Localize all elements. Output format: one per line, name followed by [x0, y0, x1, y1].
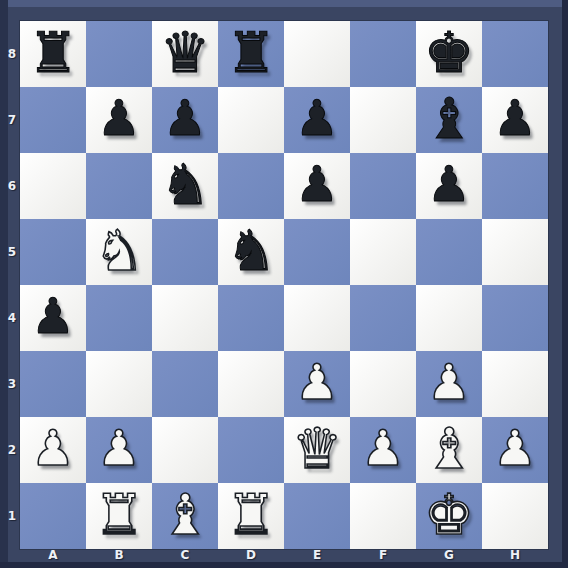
chess-board-frame: 87654321 ♜♛♜♚♟♟♟♝♟♞♟♟♞♞♟♟♟♟♟♛♟♝♟♜♝♜♚ ABC…	[0, 0, 568, 568]
square-e6[interactable]: ♟	[284, 153, 350, 219]
piece-white-queen[interactable]: ♛	[284, 417, 350, 483]
square-h3[interactable]	[482, 351, 548, 417]
square-g1[interactable]: ♚	[416, 483, 482, 549]
piece-black-pawn[interactable]: ♟	[284, 153, 350, 219]
square-b3[interactable]	[86, 351, 152, 417]
file-label-c: C	[152, 548, 218, 564]
square-e8[interactable]	[284, 21, 350, 87]
square-b8[interactable]	[86, 21, 152, 87]
piece-white-rook[interactable]: ♜	[86, 483, 152, 549]
square-a6[interactable]	[20, 153, 86, 219]
piece-black-queen[interactable]: ♛	[152, 21, 218, 87]
rank-label-3: 3	[4, 351, 20, 417]
piece-white-pawn[interactable]: ♟	[482, 417, 548, 483]
file-label-e: E	[284, 548, 350, 564]
square-g3[interactable]: ♟	[416, 351, 482, 417]
square-d5[interactable]: ♞	[218, 219, 284, 285]
square-h5[interactable]	[482, 219, 548, 285]
square-f5[interactable]	[350, 219, 416, 285]
square-a7[interactable]	[20, 87, 86, 153]
square-h6[interactable]	[482, 153, 548, 219]
file-labels: ABCDEFGH	[20, 548, 548, 564]
piece-white-pawn[interactable]: ♟	[20, 417, 86, 483]
file-label-f: F	[350, 548, 416, 564]
square-h8[interactable]	[482, 21, 548, 87]
square-c2[interactable]	[152, 417, 218, 483]
frame-top-bevel	[0, 0, 568, 7]
square-e4[interactable]	[284, 285, 350, 351]
square-e5[interactable]	[284, 219, 350, 285]
rank-label-6: 6	[4, 153, 20, 219]
square-f6[interactable]	[350, 153, 416, 219]
rank-label-2: 2	[4, 417, 20, 483]
piece-black-pawn[interactable]: ♟	[482, 87, 548, 153]
file-label-g: G	[416, 548, 482, 564]
file-label-a: A	[20, 548, 86, 564]
rank-label-1: 1	[4, 483, 20, 549]
piece-white-pawn[interactable]: ♟	[284, 351, 350, 417]
square-a4[interactable]: ♟	[20, 285, 86, 351]
piece-black-king[interactable]: ♚	[416, 21, 482, 87]
chess-board: ♜♛♜♚♟♟♟♝♟♞♟♟♞♞♟♟♟♟♟♛♟♝♟♜♝♜♚	[20, 21, 548, 549]
square-f1[interactable]	[350, 483, 416, 549]
square-b6[interactable]	[86, 153, 152, 219]
square-b7[interactable]: ♟	[86, 87, 152, 153]
file-label-b: B	[86, 548, 152, 564]
square-a5[interactable]	[20, 219, 86, 285]
square-a8[interactable]: ♜	[20, 21, 86, 87]
piece-white-pawn[interactable]: ♟	[416, 351, 482, 417]
piece-black-knight[interactable]: ♞	[152, 153, 218, 219]
piece-black-pawn[interactable]: ♟	[152, 87, 218, 153]
piece-white-king[interactable]: ♚	[416, 483, 482, 549]
square-g7[interactable]: ♝	[416, 87, 482, 153]
file-label-d: D	[218, 548, 284, 564]
piece-white-bishop[interactable]: ♝	[416, 417, 482, 483]
square-d3[interactable]	[218, 351, 284, 417]
square-a1[interactable]	[20, 483, 86, 549]
piece-black-bishop[interactable]: ♝	[416, 87, 482, 153]
piece-black-pawn[interactable]: ♟	[86, 87, 152, 153]
square-c6[interactable]: ♞	[152, 153, 218, 219]
square-c7[interactable]: ♟	[152, 87, 218, 153]
rank-label-7: 7	[4, 87, 20, 153]
piece-white-knight[interactable]: ♞	[86, 219, 152, 285]
square-e2[interactable]: ♛	[284, 417, 350, 483]
square-g6[interactable]: ♟	[416, 153, 482, 219]
rank-label-4: 4	[4, 285, 20, 351]
square-c1[interactable]: ♝	[152, 483, 218, 549]
square-f7[interactable]	[350, 87, 416, 153]
square-h2[interactable]: ♟	[482, 417, 548, 483]
square-c4[interactable]	[152, 285, 218, 351]
piece-white-pawn[interactable]: ♟	[86, 417, 152, 483]
square-b1[interactable]: ♜	[86, 483, 152, 549]
square-g2[interactable]: ♝	[416, 417, 482, 483]
piece-white-bishop[interactable]: ♝	[152, 483, 218, 549]
square-b4[interactable]	[86, 285, 152, 351]
square-a3[interactable]	[20, 351, 86, 417]
square-g8[interactable]: ♚	[416, 21, 482, 87]
piece-black-knight[interactable]: ♞	[218, 219, 284, 285]
piece-white-rook[interactable]: ♜	[218, 483, 284, 549]
rank-label-5: 5	[4, 219, 20, 285]
square-a2[interactable]: ♟	[20, 417, 86, 483]
square-b2[interactable]: ♟	[86, 417, 152, 483]
square-d1[interactable]: ♜	[218, 483, 284, 549]
square-e7[interactable]: ♟	[284, 87, 350, 153]
square-c3[interactable]	[152, 351, 218, 417]
square-g4[interactable]	[416, 285, 482, 351]
square-c5[interactable]	[152, 219, 218, 285]
piece-black-rook[interactable]: ♜	[20, 21, 86, 87]
square-f4[interactable]	[350, 285, 416, 351]
square-h1[interactable]	[482, 483, 548, 549]
square-h4[interactable]	[482, 285, 548, 351]
square-c8[interactable]: ♛	[152, 21, 218, 87]
frame-right-edge	[562, 0, 568, 568]
piece-black-pawn[interactable]: ♟	[284, 87, 350, 153]
square-f3[interactable]	[350, 351, 416, 417]
piece-black-pawn[interactable]: ♟	[416, 153, 482, 219]
square-g5[interactable]	[416, 219, 482, 285]
square-h7[interactable]: ♟	[482, 87, 548, 153]
square-d6[interactable]	[218, 153, 284, 219]
square-d4[interactable]	[218, 285, 284, 351]
square-e3[interactable]: ♟	[284, 351, 350, 417]
square-f2[interactable]: ♟	[350, 417, 416, 483]
square-d7[interactable]	[218, 87, 284, 153]
piece-black-pawn[interactable]: ♟	[20, 285, 86, 351]
square-b5[interactable]: ♞	[86, 219, 152, 285]
square-d2[interactable]	[218, 417, 284, 483]
piece-white-pawn[interactable]: ♟	[350, 417, 416, 483]
rank-labels: 87654321	[4, 21, 20, 549]
square-f8[interactable]	[350, 21, 416, 87]
square-e1[interactable]	[284, 483, 350, 549]
rank-label-8: 8	[4, 21, 20, 87]
piece-black-rook[interactable]: ♜	[218, 21, 284, 87]
square-d8[interactable]: ♜	[218, 21, 284, 87]
file-label-h: H	[482, 548, 548, 564]
